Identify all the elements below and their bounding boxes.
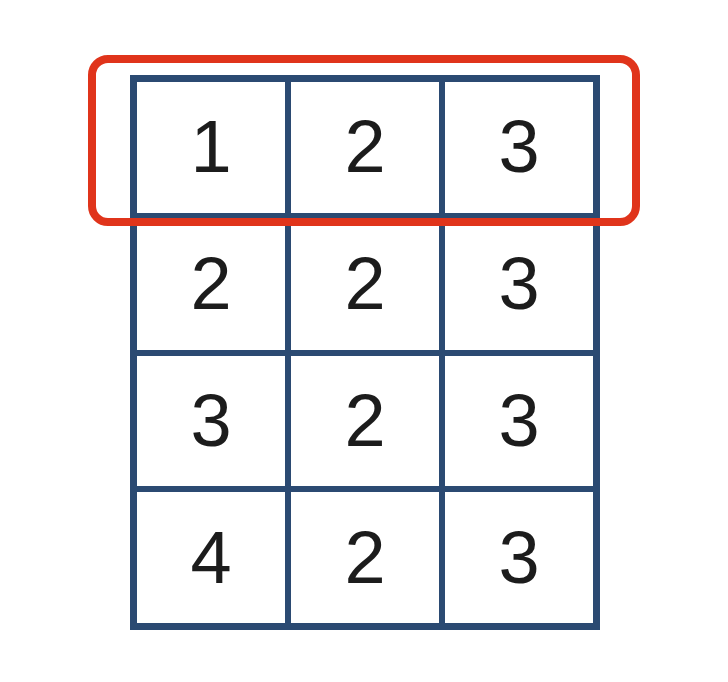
grid-cell-r1c3: 3 [445, 82, 593, 213]
grid-cell-r2c2: 2 [291, 219, 439, 350]
grid-cell-r4c2: 2 [291, 492, 439, 623]
grid-cell-r3c2: 2 [291, 356, 439, 487]
grid-cell-r3c3: 3 [445, 356, 593, 487]
grid-cell-r2c1: 2 [137, 219, 285, 350]
grid-cell-r3c1: 3 [137, 356, 285, 487]
number-grid: 1 2 3 2 2 3 3 2 3 4 2 3 [130, 75, 600, 630]
grid-cell-r4c3: 3 [445, 492, 593, 623]
number-grid-diagram: 1 2 3 2 2 3 3 2 3 4 2 3 [0, 0, 728, 682]
grid-cell-r1c1: 1 [137, 82, 285, 213]
grid-cell-r1c2: 2 [291, 82, 439, 213]
grid-cell-r2c3: 3 [445, 219, 593, 350]
grid-cell-r4c1: 4 [137, 492, 285, 623]
